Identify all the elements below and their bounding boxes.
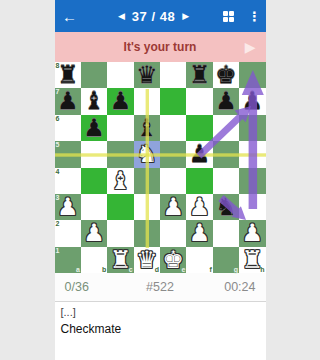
white-queen-d1[interactable]: ♛ bbox=[134, 247, 160, 274]
square-d6[interactable]: ♝ bbox=[134, 115, 160, 141]
white-pawn-h2[interactable]: ♟ bbox=[239, 220, 265, 247]
square-f2[interactable]: ♟ bbox=[186, 220, 212, 246]
square-f5[interactable]: ♟ bbox=[186, 141, 212, 167]
back-icon[interactable]: ← bbox=[55, 8, 85, 25]
square-c6[interactable] bbox=[107, 115, 133, 141]
white-rook-h1[interactable]: ♜ bbox=[239, 247, 265, 274]
square-d7[interactable] bbox=[134, 88, 160, 114]
prev-puzzle-icon[interactable]: ◀ bbox=[118, 12, 125, 21]
white-pawn-f2[interactable]: ♟ bbox=[186, 220, 212, 247]
square-e5[interactable] bbox=[160, 141, 186, 167]
boards-grid-icon[interactable] bbox=[223, 11, 234, 22]
square-c3[interactable] bbox=[107, 194, 133, 220]
square-h5[interactable] bbox=[239, 141, 265, 167]
rank-label: 6 bbox=[56, 115, 60, 122]
square-c2[interactable] bbox=[107, 220, 133, 246]
square-a1[interactable]: 1a bbox=[55, 247, 81, 273]
black-rook-f8[interactable]: ♜ bbox=[186, 62, 212, 89]
white-pawn-a3[interactable]: ♟ bbox=[55, 194, 81, 221]
square-f4[interactable] bbox=[186, 168, 212, 194]
puzzle-counter: 37 / 48 bbox=[132, 9, 175, 24]
black-rook-a8[interactable]: ♜ bbox=[55, 62, 81, 89]
turn-banner: It's your turn ▶ bbox=[55, 32, 266, 62]
square-a2[interactable]: 2 bbox=[55, 220, 81, 246]
square-b6[interactable]: ♟ bbox=[81, 115, 107, 141]
square-a8[interactable]: 8♜ bbox=[55, 62, 81, 88]
black-knight-g3[interactable]: ♞ bbox=[213, 194, 239, 221]
black-pawn-c7[interactable]: ♟ bbox=[107, 88, 133, 115]
square-h1[interactable]: h♜ bbox=[239, 247, 265, 273]
square-e2[interactable] bbox=[160, 220, 186, 246]
square-d8[interactable]: ♛ bbox=[134, 62, 160, 88]
square-e6[interactable] bbox=[160, 115, 186, 141]
square-g4[interactable] bbox=[213, 168, 239, 194]
play-icon[interactable]: ▶ bbox=[245, 40, 256, 54]
square-h7[interactable]: ♟ bbox=[239, 88, 265, 114]
rank-label: 2 bbox=[56, 220, 60, 227]
rank-label: 1 bbox=[56, 247, 60, 254]
file-label: g bbox=[234, 266, 238, 273]
file-label: a bbox=[76, 266, 80, 273]
status-bar: 0/36 #522 00:24 bbox=[55, 273, 266, 302]
square-d2[interactable] bbox=[134, 220, 160, 246]
square-h2[interactable]: ♟ bbox=[239, 220, 265, 246]
square-c5[interactable] bbox=[107, 141, 133, 167]
square-g2[interactable] bbox=[213, 220, 239, 246]
file-label: b bbox=[102, 266, 106, 273]
next-puzzle-icon[interactable]: ▶ bbox=[182, 12, 189, 21]
timer: 00:24 bbox=[196, 280, 266, 294]
square-a6[interactable]: 6 bbox=[55, 115, 81, 141]
black-pawn-f5[interactable]: ♟ bbox=[186, 141, 212, 168]
black-pawn-h7[interactable]: ♟ bbox=[239, 88, 265, 115]
square-g1[interactable]: g bbox=[213, 247, 239, 273]
square-f6[interactable] bbox=[186, 115, 212, 141]
black-pawn-a7[interactable]: ♟ bbox=[55, 88, 81, 115]
square-b5[interactable] bbox=[81, 141, 107, 167]
square-b4[interactable] bbox=[81, 168, 107, 194]
square-e3[interactable]: ♟ bbox=[160, 194, 186, 220]
square-g6[interactable] bbox=[213, 115, 239, 141]
square-b2[interactable]: ♟ bbox=[81, 220, 107, 246]
square-f8[interactable]: ♜ bbox=[186, 62, 212, 88]
black-pawn-b6[interactable]: ♟ bbox=[81, 115, 107, 142]
puzzle-number: #522 bbox=[125, 280, 196, 294]
moves-placeholder: [...] bbox=[61, 306, 266, 318]
file-label: f bbox=[209, 266, 211, 273]
square-d4[interactable] bbox=[134, 168, 160, 194]
square-h6[interactable] bbox=[239, 115, 265, 141]
square-b1[interactable]: b bbox=[81, 247, 107, 273]
square-g3[interactable]: ♞ bbox=[213, 194, 239, 220]
black-bishop-d6[interactable]: ♝ bbox=[134, 115, 160, 142]
square-e1[interactable]: e♚ bbox=[160, 247, 186, 273]
square-c4[interactable]: ♝ bbox=[107, 168, 133, 194]
rank-label: 5 bbox=[56, 141, 60, 148]
square-f7[interactable] bbox=[186, 88, 212, 114]
square-g7[interactable]: ♟ bbox=[213, 88, 239, 114]
square-d5[interactable]: ♞ bbox=[134, 141, 160, 167]
square-e8[interactable] bbox=[160, 62, 186, 88]
square-d1[interactable]: d♛ bbox=[134, 247, 160, 273]
square-f3[interactable]: ♟ bbox=[186, 194, 212, 220]
puzzle-info: [...] Checkmate bbox=[55, 302, 266, 336]
square-a3[interactable]: 3♟ bbox=[55, 194, 81, 220]
square-h8[interactable] bbox=[239, 62, 265, 88]
overflow-menu-icon[interactable]: ⋮ bbox=[246, 9, 264, 24]
square-b3[interactable] bbox=[81, 194, 107, 220]
white-bishop-c4[interactable]: ♝ bbox=[107, 168, 133, 195]
square-b7[interactable]: ♝ bbox=[81, 88, 107, 114]
square-g5[interactable] bbox=[213, 141, 239, 167]
square-e7[interactable] bbox=[160, 88, 186, 114]
square-f1[interactable]: f bbox=[186, 247, 212, 273]
square-c1[interactable]: c♜ bbox=[107, 247, 133, 273]
square-d3[interactable] bbox=[134, 194, 160, 220]
puzzle-theme-label: Checkmate bbox=[61, 322, 266, 336]
square-c7[interactable]: ♟ bbox=[107, 88, 133, 114]
black-king-g8[interactable]: ♚ bbox=[213, 62, 239, 89]
square-e4[interactable] bbox=[160, 168, 186, 194]
black-pawn-g7[interactable]: ♟ bbox=[213, 88, 239, 115]
square-c8[interactable] bbox=[107, 62, 133, 88]
square-g8[interactable]: ♚ bbox=[213, 62, 239, 88]
puzzle-navigation: ◀ 37 / 48 ▶ bbox=[85, 9, 223, 24]
black-bishop-b7[interactable]: ♝ bbox=[81, 88, 107, 115]
white-rook-c1[interactable]: ♜ bbox=[107, 247, 133, 274]
white-knight-d5[interactable]: ♞ bbox=[134, 141, 160, 168]
turn-banner-text: It's your turn bbox=[124, 40, 197, 54]
square-h4[interactable] bbox=[239, 168, 265, 194]
chess-board[interactable]: 8♜♛♜♚7♟♝♟♟♟6♟♝5♞♟4♝3♟♟♟♞2♟♟♟1abc♜d♛e♚fgh… bbox=[55, 62, 266, 273]
white-pawn-f3[interactable]: ♟ bbox=[186, 194, 212, 221]
app-bar: ← ◀ 37 / 48 ▶ ⋮ bbox=[55, 0, 266, 32]
white-king-e1[interactable]: ♚ bbox=[160, 247, 186, 274]
square-a4[interactable]: 4 bbox=[55, 168, 81, 194]
square-a5[interactable]: 5 bbox=[55, 141, 81, 167]
white-pawn-e3[interactable]: ♟ bbox=[160, 194, 186, 221]
square-b8[interactable] bbox=[81, 62, 107, 88]
square-a7[interactable]: 7♟ bbox=[55, 88, 81, 114]
square-h3[interactable] bbox=[239, 194, 265, 220]
score-counter: 0/36 bbox=[55, 280, 125, 294]
chess-puzzle-app-screen: ← ◀ 37 / 48 ▶ ⋮ It's your turn ▶ 8♜♛♜♚7♟… bbox=[55, 0, 266, 360]
rank-label: 4 bbox=[56, 168, 60, 175]
black-queen-d8[interactable]: ♛ bbox=[134, 62, 160, 89]
white-pawn-b2[interactable]: ♟ bbox=[81, 220, 107, 247]
